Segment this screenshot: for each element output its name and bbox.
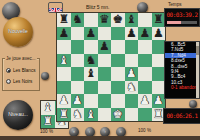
square-e6[interactable] xyxy=(111,40,125,54)
square-g3[interactable] xyxy=(138,81,152,95)
square-e5[interactable] xyxy=(111,54,125,68)
white-knight-piece[interactable]: ♞ xyxy=(72,107,82,121)
square-a4[interactable] xyxy=(57,67,71,81)
white-knight-piece[interactable]: ♞ xyxy=(126,80,136,94)
clock-swap-ball-button[interactable] xyxy=(189,100,197,108)
square-b5[interactable] xyxy=(71,54,85,68)
square-d8[interactable]: ♛ xyxy=(98,13,112,27)
square-b6[interactable] xyxy=(71,40,85,54)
square-e1[interactable]: ♚ xyxy=(111,108,125,122)
square-a7[interactable]: ♟ xyxy=(57,27,71,41)
square-h6[interactable] xyxy=(152,40,166,54)
radio-black-icon[interactable] xyxy=(6,79,11,84)
square-c7[interactable]: ♟ xyxy=(84,27,98,41)
new-game-label: Nouvelle xyxy=(3,29,33,34)
white-rook-icon: ♜ xyxy=(43,114,53,128)
square-c5[interactable]: ♞ xyxy=(84,54,98,68)
square-d2[interactable] xyxy=(98,94,112,108)
play-side-title: Je joue avec... xyxy=(5,56,37,61)
black-pawn-piece[interactable]: ♟ xyxy=(153,26,163,40)
square-b8[interactable]: ♞ xyxy=(71,13,85,27)
white-rook-piece[interactable]: ♜ xyxy=(59,107,69,121)
play-side-groupbox: Je joue avec... Les Blancs Les Noirs xyxy=(2,58,40,91)
white-pawn-piece[interactable]: ♟ xyxy=(140,93,150,107)
square-a2[interactable]: ♟ xyxy=(57,94,71,108)
move-list-scrollbar[interactable] xyxy=(196,42,199,98)
black-bishop-piece[interactable]: ♝ xyxy=(86,66,96,80)
square-a3[interactable] xyxy=(57,81,71,95)
promo-bishop[interactable]: ♝ xyxy=(41,101,55,115)
radio-white-label: Les Blancs xyxy=(13,68,35,73)
zoom-left-label: 100 % xyxy=(40,129,53,134)
square-e2[interactable] xyxy=(111,94,125,108)
square-c4[interactable]: ♝ xyxy=(84,67,98,81)
square-d5[interactable] xyxy=(98,54,112,68)
nav-previous-icon: ‹ xyxy=(85,129,95,134)
radio-black-label: Les Noirs xyxy=(13,79,32,84)
square-e8[interactable]: ♚ xyxy=(111,13,125,27)
square-f6[interactable] xyxy=(125,40,139,54)
square-h8[interactable]: ♜ xyxy=(152,13,166,27)
level-label: Niveau... xyxy=(3,112,33,117)
move-list[interactable]: 6...Bc57.Nd57...Nd48.dxe58...dxe59.f49..… xyxy=(164,41,200,99)
square-c6[interactable] xyxy=(84,40,98,54)
square-g6[interactable] xyxy=(138,40,152,54)
new-game-button[interactable]: Nouvelle xyxy=(3,17,33,47)
nav-last-icon: » xyxy=(116,129,126,134)
square-c2[interactable] xyxy=(84,94,98,108)
square-c1[interactable]: ♝ xyxy=(84,108,98,122)
square-b7[interactable] xyxy=(71,27,85,41)
square-h3[interactable] xyxy=(152,81,166,95)
black-pawn-piece[interactable]: ♟ xyxy=(126,26,136,40)
promo-rook[interactable]: ♜ xyxy=(41,115,55,129)
square-e7[interactable] xyxy=(111,27,125,41)
square-b4[interactable] xyxy=(71,67,85,81)
square-c3[interactable] xyxy=(84,81,98,95)
chess-board: ♜♞♛♚♝♜♟♟♟♟♟♟♝♞♝♟♞♟♟♟♟♜♞♝♚♜ xyxy=(56,12,166,122)
square-g7[interactable]: ♟ xyxy=(138,27,152,41)
square-g2[interactable]: ♟ xyxy=(138,94,152,108)
square-a8[interactable]: ♜ xyxy=(57,13,71,27)
white-rook-piece[interactable]: ♜ xyxy=(153,107,163,121)
square-g8[interactable] xyxy=(138,13,152,27)
white-bishop-icon: ♝ xyxy=(43,100,53,114)
square-c8[interactable] xyxy=(84,13,98,27)
window-bottom-border xyxy=(0,136,200,140)
black-knight-piece[interactable]: ♞ xyxy=(86,53,96,67)
black-queen-piece[interactable]: ♛ xyxy=(99,12,109,26)
white-pawn-piece[interactable]: ♟ xyxy=(126,66,136,80)
side-hint-ball-button[interactable] xyxy=(41,72,49,80)
white-pawn-piece[interactable]: ♟ xyxy=(72,93,82,107)
square-h7[interactable]: ♟ xyxy=(152,27,166,41)
black-pawn-piece[interactable]: ♟ xyxy=(59,26,69,40)
black-pawn-piece[interactable]: ♟ xyxy=(140,26,150,40)
scrollbar-thumb[interactable] xyxy=(196,46,199,55)
level-button[interactable]: Niveau... xyxy=(3,100,33,130)
square-a6[interactable] xyxy=(57,40,71,54)
square-b1[interactable]: ♞ xyxy=(71,108,85,122)
square-d3[interactable] xyxy=(98,81,112,95)
square-d1[interactable] xyxy=(98,108,112,122)
zoom-right-label: 100 % xyxy=(138,128,151,133)
white-bishop-piece[interactable]: ♝ xyxy=(59,53,69,67)
black-rook-piece[interactable]: ♜ xyxy=(59,12,69,26)
time-progress-bar xyxy=(167,21,197,24)
square-f1[interactable] xyxy=(125,108,139,122)
square-d6[interactable]: ♟ xyxy=(98,40,112,54)
square-h2[interactable]: ♟ xyxy=(152,94,166,108)
square-f4[interactable]: ♟ xyxy=(125,67,139,81)
square-g4[interactable] xyxy=(138,67,152,81)
square-b2[interactable]: ♟ xyxy=(71,94,85,108)
black-clock: 00:03:39.2 xyxy=(164,8,200,27)
square-h5[interactable] xyxy=(152,54,166,68)
white-bishop-piece[interactable]: ♝ xyxy=(86,107,96,121)
radio-les-noirs[interactable]: Les Noirs xyxy=(6,78,32,85)
game-mode-title: Blitz 5 mn. xyxy=(86,4,109,10)
game-result: 0-1 abandon xyxy=(165,85,199,90)
black-knight-piece[interactable]: ♞ xyxy=(72,12,82,26)
square-h4[interactable] xyxy=(152,67,166,81)
square-a1[interactable]: ♜ xyxy=(57,108,71,122)
square-f2[interactable] xyxy=(125,94,139,108)
square-d4[interactable] xyxy=(98,67,112,81)
black-king-piece[interactable]: ♚ xyxy=(113,12,123,26)
square-a5[interactable]: ♝ xyxy=(57,54,71,68)
square-d7[interactable] xyxy=(98,27,112,41)
black-pawn-piece[interactable]: ♟ xyxy=(99,39,109,53)
nav-first-icon: « xyxy=(69,129,79,134)
square-f8[interactable]: ♝ xyxy=(125,13,139,27)
black-pawn-piece[interactable]: ♟ xyxy=(86,26,96,40)
white-clock-digits: 00:06:26.1 xyxy=(164,112,200,119)
square-e4[interactable] xyxy=(111,67,125,81)
square-f3[interactable]: ♞ xyxy=(125,81,139,95)
square-g1[interactable] xyxy=(138,108,152,122)
white-pawn-piece[interactable]: ♟ xyxy=(153,93,163,107)
white-clock: 00:06:26.1 xyxy=(163,108,200,124)
nav-next-icon: › xyxy=(100,129,110,134)
white-pawn-piece[interactable]: ♟ xyxy=(59,93,69,107)
square-f5[interactable] xyxy=(125,54,139,68)
clock-caption: Temps xyxy=(168,2,182,7)
white-king-piece[interactable]: ♚ xyxy=(113,107,123,121)
black-clock-digits: 00:03:39.2 xyxy=(165,11,199,18)
black-bishop-piece[interactable]: ♝ xyxy=(126,12,136,26)
square-g5[interactable] xyxy=(138,54,152,68)
square-b3[interactable] xyxy=(71,81,85,95)
radio-les-blancs[interactable]: Les Blancs xyxy=(6,67,35,74)
black-rook-piece[interactable]: ♜ xyxy=(153,12,163,26)
square-f7[interactable]: ♟ xyxy=(125,27,139,41)
radio-white-icon[interactable] xyxy=(6,68,11,73)
square-e3[interactable] xyxy=(111,81,125,95)
